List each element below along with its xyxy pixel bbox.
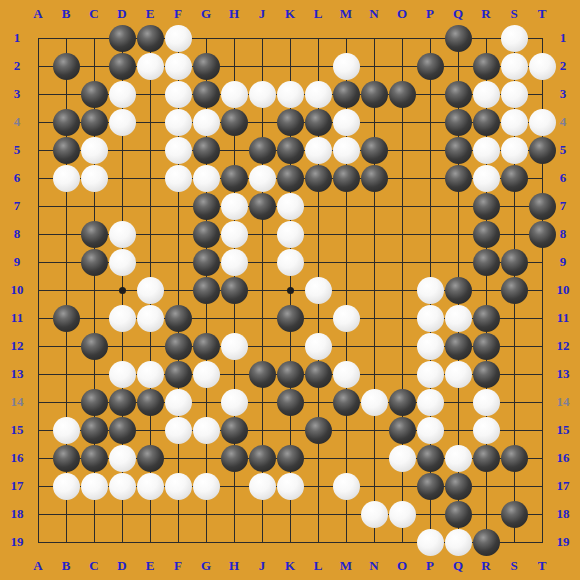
white-stone-L5 (305, 137, 332, 164)
row-label-right-6: 6 (549, 170, 577, 186)
row-label-left-15: 15 (3, 422, 31, 438)
white-stone-J6 (249, 165, 276, 192)
white-stone-P19 (417, 529, 444, 556)
white-stone-H9 (221, 249, 248, 276)
black-stone-L13 (305, 361, 332, 388)
column-label-bottom-H: H (220, 558, 248, 574)
column-label-bottom-J: J (248, 558, 276, 574)
row-label-right-19: 19 (549, 534, 577, 550)
row-label-left-8: 8 (3, 226, 31, 242)
column-label-top-L: L (304, 6, 332, 22)
column-label-top-O: O (388, 6, 416, 22)
black-stone-N6 (361, 165, 388, 192)
row-label-left-11: 11 (3, 310, 31, 326)
row-label-right-14: 14 (549, 394, 577, 410)
column-label-top-F: F (164, 6, 192, 22)
row-label-left-16: 16 (3, 450, 31, 466)
black-stone-S10 (501, 277, 528, 304)
column-label-bottom-K: K (276, 558, 304, 574)
white-stone-F3 (165, 81, 192, 108)
row-label-right-2: 2 (549, 58, 577, 74)
white-stone-K8 (277, 221, 304, 248)
black-stone-G2 (193, 53, 220, 80)
row-label-left-13: 13 (3, 366, 31, 382)
black-stone-L15 (305, 417, 332, 444)
white-stone-E11 (137, 305, 164, 332)
black-stone-Q18 (445, 501, 472, 528)
black-stone-B2 (53, 53, 80, 80)
black-stone-C16 (81, 445, 108, 472)
black-stone-C14 (81, 389, 108, 416)
white-stone-L3 (305, 81, 332, 108)
white-stone-K17 (277, 473, 304, 500)
black-stone-E16 (137, 445, 164, 472)
black-stone-K11 (277, 305, 304, 332)
black-stone-P17 (417, 473, 444, 500)
row-label-right-9: 9 (549, 254, 577, 270)
black-stone-K6 (277, 165, 304, 192)
white-stone-P10 (417, 277, 444, 304)
row-label-right-17: 17 (549, 478, 577, 494)
black-stone-Q10 (445, 277, 472, 304)
white-stone-P15 (417, 417, 444, 444)
white-stone-K9 (277, 249, 304, 276)
column-label-top-T: T (528, 6, 556, 22)
star-point (287, 287, 294, 294)
black-stone-L4 (305, 109, 332, 136)
black-stone-F11 (165, 305, 192, 332)
row-label-right-16: 16 (549, 450, 577, 466)
black-stone-Q6 (445, 165, 472, 192)
black-stone-C12 (81, 333, 108, 360)
black-stone-D14 (109, 389, 136, 416)
black-stone-B16 (53, 445, 80, 472)
white-stone-R6 (473, 165, 500, 192)
black-stone-Q4 (445, 109, 472, 136)
white-stone-P13 (417, 361, 444, 388)
white-stone-O18 (389, 501, 416, 528)
white-stone-G15 (193, 417, 220, 444)
white-stone-N18 (361, 501, 388, 528)
white-stone-E17 (137, 473, 164, 500)
column-label-top-G: G (192, 6, 220, 22)
black-stone-H10 (221, 277, 248, 304)
black-stone-J13 (249, 361, 276, 388)
black-stone-R9 (473, 249, 500, 276)
column-label-bottom-T: T (528, 558, 556, 574)
black-stone-M14 (333, 389, 360, 416)
black-stone-S6 (501, 165, 528, 192)
white-stone-S2 (501, 53, 528, 80)
black-stone-G9 (193, 249, 220, 276)
white-stone-F17 (165, 473, 192, 500)
column-label-top-A: A (24, 6, 52, 22)
black-stone-J5 (249, 137, 276, 164)
white-stone-F6 (165, 165, 192, 192)
row-label-right-5: 5 (549, 142, 577, 158)
white-stone-H14 (221, 389, 248, 416)
column-label-bottom-B: B (52, 558, 80, 574)
white-stone-Q19 (445, 529, 472, 556)
white-stone-D3 (109, 81, 136, 108)
column-label-top-H: H (220, 6, 248, 22)
white-stone-D8 (109, 221, 136, 248)
black-stone-O15 (389, 417, 416, 444)
white-stone-N14 (361, 389, 388, 416)
white-stone-E13 (137, 361, 164, 388)
white-stone-E2 (137, 53, 164, 80)
black-stone-K14 (277, 389, 304, 416)
column-label-top-Q: Q (444, 6, 472, 22)
white-stone-C6 (81, 165, 108, 192)
white-stone-M4 (333, 109, 360, 136)
black-stone-K13 (277, 361, 304, 388)
row-label-right-18: 18 (549, 506, 577, 522)
black-stone-O14 (389, 389, 416, 416)
white-stone-F14 (165, 389, 192, 416)
row-label-right-3: 3 (549, 86, 577, 102)
black-stone-Q3 (445, 81, 472, 108)
black-stone-G10 (193, 277, 220, 304)
white-stone-H8 (221, 221, 248, 248)
row-label-left-19: 19 (3, 534, 31, 550)
column-label-top-J: J (248, 6, 276, 22)
black-stone-C9 (81, 249, 108, 276)
white-stone-R14 (473, 389, 500, 416)
black-stone-Q12 (445, 333, 472, 360)
black-stone-F12 (165, 333, 192, 360)
white-stone-R5 (473, 137, 500, 164)
column-label-top-C: C (80, 6, 108, 22)
column-label-top-S: S (500, 6, 528, 22)
black-stone-C3 (81, 81, 108, 108)
white-stone-H12 (221, 333, 248, 360)
column-label-top-M: M (332, 6, 360, 22)
row-label-left-3: 3 (3, 86, 31, 102)
black-stone-R4 (473, 109, 500, 136)
white-stone-E10 (137, 277, 164, 304)
black-stone-M6 (333, 165, 360, 192)
black-stone-P2 (417, 53, 444, 80)
white-stone-Q13 (445, 361, 472, 388)
black-stone-M3 (333, 81, 360, 108)
row-label-left-7: 7 (3, 198, 31, 214)
white-stone-P12 (417, 333, 444, 360)
black-stone-C8 (81, 221, 108, 248)
row-label-left-1: 1 (3, 30, 31, 46)
white-stone-M5 (333, 137, 360, 164)
white-stone-G13 (193, 361, 220, 388)
row-label-left-6: 6 (3, 170, 31, 186)
column-label-bottom-M: M (332, 558, 360, 574)
white-stone-C5 (81, 137, 108, 164)
white-stone-S5 (501, 137, 528, 164)
black-stone-G5 (193, 137, 220, 164)
black-stone-D15 (109, 417, 136, 444)
black-stone-R8 (473, 221, 500, 248)
white-stone-S3 (501, 81, 528, 108)
black-stone-R13 (473, 361, 500, 388)
row-label-left-18: 18 (3, 506, 31, 522)
black-stone-Q1 (445, 25, 472, 52)
row-label-right-10: 10 (549, 282, 577, 298)
row-label-right-15: 15 (549, 422, 577, 438)
column-label-bottom-S: S (500, 558, 528, 574)
black-stone-N5 (361, 137, 388, 164)
white-stone-D11 (109, 305, 136, 332)
row-label-right-4: 4 (549, 114, 577, 130)
black-stone-C15 (81, 417, 108, 444)
column-label-bottom-C: C (80, 558, 108, 574)
white-stone-B6 (53, 165, 80, 192)
white-stone-F5 (165, 137, 192, 164)
white-stone-G17 (193, 473, 220, 500)
black-stone-D2 (109, 53, 136, 80)
column-label-bottom-A: A (24, 558, 52, 574)
white-stone-M17 (333, 473, 360, 500)
row-label-left-9: 9 (3, 254, 31, 270)
white-stone-P11 (417, 305, 444, 332)
black-stone-S16 (501, 445, 528, 472)
column-label-top-R: R (472, 6, 500, 22)
black-stone-R12 (473, 333, 500, 360)
row-label-right-13: 13 (549, 366, 577, 382)
white-stone-M13 (333, 361, 360, 388)
white-stone-B17 (53, 473, 80, 500)
white-stone-F4 (165, 109, 192, 136)
white-stone-G4 (193, 109, 220, 136)
white-stone-O16 (389, 445, 416, 472)
column-label-top-K: K (276, 6, 304, 22)
black-stone-S18 (501, 501, 528, 528)
row-label-right-8: 8 (549, 226, 577, 242)
column-label-bottom-F: F (164, 558, 192, 574)
row-label-left-17: 17 (3, 478, 31, 494)
column-label-bottom-N: N (360, 558, 388, 574)
column-label-bottom-P: P (416, 558, 444, 574)
white-stone-H7 (221, 193, 248, 220)
white-stone-D9 (109, 249, 136, 276)
black-stone-C4 (81, 109, 108, 136)
black-stone-B5 (53, 137, 80, 164)
white-stone-D17 (109, 473, 136, 500)
star-point (119, 287, 126, 294)
column-label-bottom-G: G (192, 558, 220, 574)
black-stone-R19 (473, 529, 500, 556)
black-stone-B4 (53, 109, 80, 136)
black-stone-P16 (417, 445, 444, 472)
white-stone-S1 (501, 25, 528, 52)
go-board-viewer: ABCDEFGHJKLMNOPQRST ABCDEFGHJKLMNOPQRST … (0, 0, 580, 580)
black-stone-E14 (137, 389, 164, 416)
black-stone-J16 (249, 445, 276, 472)
white-stone-F1 (165, 25, 192, 52)
column-label-top-B: B (52, 6, 80, 22)
black-stone-G8 (193, 221, 220, 248)
white-stone-J17 (249, 473, 276, 500)
white-stone-G6 (193, 165, 220, 192)
black-stone-Q5 (445, 137, 472, 164)
black-stone-B11 (53, 305, 80, 332)
black-stone-H16 (221, 445, 248, 472)
white-stone-Q16 (445, 445, 472, 472)
black-stone-D1 (109, 25, 136, 52)
white-stone-F15 (165, 417, 192, 444)
black-stone-K4 (277, 109, 304, 136)
white-stone-M2 (333, 53, 360, 80)
black-stone-S9 (501, 249, 528, 276)
white-stone-K7 (277, 193, 304, 220)
black-stone-G3 (193, 81, 220, 108)
column-label-top-E: E (136, 6, 164, 22)
white-stone-J3 (249, 81, 276, 108)
white-stone-P14 (417, 389, 444, 416)
row-label-left-14: 14 (3, 394, 31, 410)
black-stone-R2 (473, 53, 500, 80)
column-label-bottom-R: R (472, 558, 500, 574)
white-stone-F2 (165, 53, 192, 80)
white-stone-K3 (277, 81, 304, 108)
column-label-bottom-O: O (388, 558, 416, 574)
column-label-bottom-Q: Q (444, 558, 472, 574)
white-stone-H3 (221, 81, 248, 108)
white-stone-C17 (81, 473, 108, 500)
black-stone-H4 (221, 109, 248, 136)
black-stone-K16 (277, 445, 304, 472)
row-label-left-5: 5 (3, 142, 31, 158)
black-stone-G7 (193, 193, 220, 220)
white-stone-L10 (305, 277, 332, 304)
white-stone-L12 (305, 333, 332, 360)
black-stone-E1 (137, 25, 164, 52)
black-stone-R11 (473, 305, 500, 332)
black-stone-H15 (221, 417, 248, 444)
black-stone-G12 (193, 333, 220, 360)
white-stone-M11 (333, 305, 360, 332)
row-label-right-12: 12 (549, 338, 577, 354)
column-label-bottom-L: L (304, 558, 332, 574)
white-stone-D13 (109, 361, 136, 388)
white-stone-S4 (501, 109, 528, 136)
row-label-right-11: 11 (549, 310, 577, 326)
black-stone-N3 (361, 81, 388, 108)
black-stone-H6 (221, 165, 248, 192)
row-label-left-4: 4 (3, 114, 31, 130)
black-stone-J7 (249, 193, 276, 220)
black-stone-K5 (277, 137, 304, 164)
column-label-top-D: D (108, 6, 136, 22)
white-stone-Q11 (445, 305, 472, 332)
white-stone-D4 (109, 109, 136, 136)
black-stone-L6 (305, 165, 332, 192)
row-label-right-1: 1 (549, 30, 577, 46)
row-label-right-7: 7 (549, 198, 577, 214)
black-stone-Q17 (445, 473, 472, 500)
row-label-left-12: 12 (3, 338, 31, 354)
black-stone-R7 (473, 193, 500, 220)
column-label-top-N: N (360, 6, 388, 22)
black-stone-O3 (389, 81, 416, 108)
column-label-top-P: P (416, 6, 444, 22)
white-stone-R15 (473, 417, 500, 444)
row-label-left-10: 10 (3, 282, 31, 298)
white-stone-R3 (473, 81, 500, 108)
black-stone-F13 (165, 361, 192, 388)
row-label-left-2: 2 (3, 58, 31, 74)
column-label-bottom-D: D (108, 558, 136, 574)
column-label-bottom-E: E (136, 558, 164, 574)
white-stone-D16 (109, 445, 136, 472)
black-stone-R16 (473, 445, 500, 472)
white-stone-B15 (53, 417, 80, 444)
